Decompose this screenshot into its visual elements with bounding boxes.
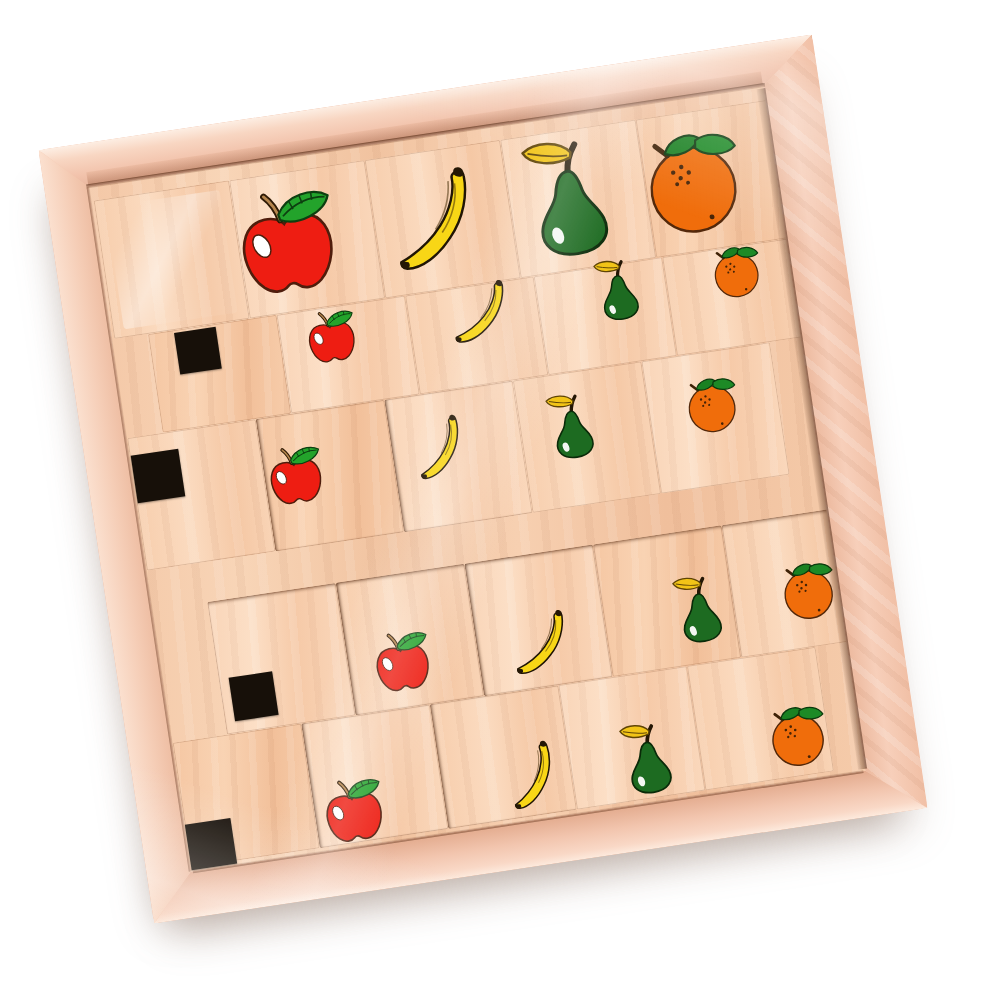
- size-marker-square: [229, 671, 279, 721]
- tile-r5c1-marker[interactable]: [173, 724, 320, 868]
- tray: [89, 86, 866, 871]
- tile-r2c3-banana[interactable]: [405, 276, 548, 394]
- orange-icon: [630, 117, 755, 242]
- tile-r3c4-pear[interactable]: [513, 361, 661, 513]
- tile-r4c1-marker[interactable]: [207, 583, 355, 735]
- tile-r5c5-orange[interactable]: [687, 647, 834, 791]
- pear-icon: [581, 254, 654, 327]
- orange-icon: [677, 369, 745, 437]
- tile-r1c3-banana[interactable]: [365, 140, 521, 299]
- banana-icon: [446, 278, 515, 347]
- banana-icon: [493, 736, 573, 816]
- pear-icon: [659, 570, 739, 650]
- tile-r5c2-apple[interactable]: [301, 704, 448, 848]
- tile-r5c3-banana[interactable]: [430, 685, 577, 829]
- tile-r1c2-apple[interactable]: [229, 160, 385, 319]
- scene: [0, 0, 1000, 1000]
- pear-icon: [498, 129, 637, 268]
- pear-icon: [605, 717, 689, 801]
- tile-r3c1-marker[interactable]: [127, 419, 275, 571]
- tile-r3c5-orange[interactable]: [641, 342, 789, 494]
- banana-icon: [505, 608, 576, 679]
- pear-icon: [533, 388, 610, 465]
- tile-r4c3-banana[interactable]: [464, 544, 612, 696]
- sorting-board: [39, 35, 928, 924]
- tile-r5c4-pear[interactable]: [558, 666, 705, 810]
- apple-icon: [366, 626, 439, 699]
- apple-icon: [299, 305, 363, 369]
- tile-r3c2-apple[interactable]: [256, 400, 404, 552]
- size-marker-square: [174, 327, 222, 375]
- tile-r2c4-pear[interactable]: [534, 257, 677, 375]
- tile-r2c1-marker[interactable]: [148, 315, 291, 433]
- tile-r3c3-banana[interactable]: [384, 381, 532, 533]
- apple-icon: [260, 440, 330, 510]
- banana-icon: [376, 162, 492, 278]
- tile-r4c2-apple[interactable]: [336, 564, 484, 716]
- apple-icon: [224, 180, 349, 305]
- tile-r4c4-pear[interactable]: [593, 525, 741, 677]
- size-marker-square: [131, 449, 186, 504]
- size-marker-square: [185, 818, 237, 870]
- orange-icon: [760, 697, 835, 772]
- orange-icon: [704, 238, 768, 302]
- tile-r2c2-apple[interactable]: [276, 296, 419, 414]
- apple-icon: [315, 772, 392, 849]
- banana-icon: [403, 411, 477, 485]
